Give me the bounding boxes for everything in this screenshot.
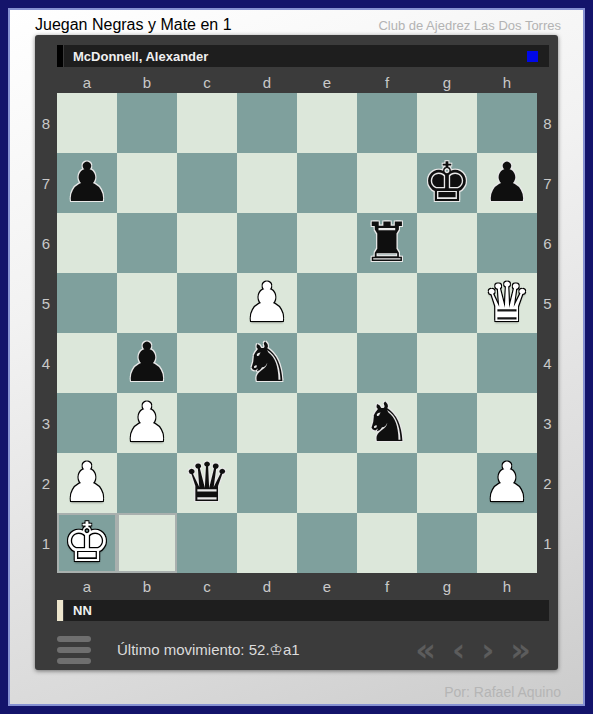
file-label-f: f (357, 71, 417, 93)
square-c5[interactable] (177, 273, 237, 333)
square-d1[interactable] (237, 513, 297, 573)
page-background: Juegan Negras y Mate en 1 Club de Ajedre… (8, 8, 585, 706)
file-label-e: e (297, 71, 357, 93)
outer-frame: Juegan Negras y Mate en 1 Club de Ajedre… (0, 0, 593, 714)
black-knight-f3[interactable]: ♞ (363, 393, 411, 453)
square-b2[interactable] (117, 453, 177, 513)
rank-labels-left: 87654321 (35, 93, 57, 573)
file-label-e: e (297, 574, 357, 598)
file-label-h: h (477, 71, 537, 93)
white-pawn-h2[interactable]: ♟ (483, 453, 531, 513)
file-label-d: d (237, 574, 297, 598)
black-side-tab (57, 45, 64, 67)
board: ♟♚♟♜♟♛♟♞♟♞♟♛♟♚ (57, 93, 537, 573)
square-f5[interactable] (357, 273, 417, 333)
file-label-g: g (417, 574, 477, 598)
square-e8[interactable] (297, 93, 357, 153)
next-move-button[interactable]: › (479, 634, 496, 666)
square-d5[interactable]: ♟ (237, 273, 297, 333)
square-g1[interactable] (417, 513, 477, 573)
file-label-b: b (117, 71, 177, 93)
square-f4[interactable] (357, 333, 417, 393)
file-label-f: f (357, 574, 417, 598)
white-player-bar: NN (57, 600, 549, 621)
page-title: Juegan Negras y Mate en 1 (35, 16, 232, 34)
square-e1[interactable] (297, 513, 357, 573)
black-player-bar: McDonnell, Alexander (57, 45, 549, 67)
square-a2[interactable]: ♟ (57, 453, 117, 513)
black-king-g7[interactable]: ♚ (423, 153, 471, 213)
credit-text: Por: Rafael Aquino (444, 684, 561, 700)
square-h8[interactable] (477, 93, 537, 153)
file-label-a: a (57, 574, 117, 598)
black-pawn-b4[interactable]: ♟ (123, 333, 171, 393)
square-f6[interactable]: ♜ (357, 213, 417, 273)
file-label-b: b (117, 574, 177, 598)
square-c6[interactable] (177, 213, 237, 273)
square-d3[interactable] (237, 393, 297, 453)
rank-label-6: 6 (35, 213, 57, 273)
square-a7[interactable]: ♟ (57, 153, 117, 213)
square-g7[interactable]: ♚ (417, 153, 477, 213)
square-e7[interactable] (297, 153, 357, 213)
square-b4[interactable]: ♟ (117, 333, 177, 393)
rank-label-5: 5 (537, 273, 558, 333)
rank-labels-right: 87654321 (537, 93, 558, 573)
rank-label-6: 6 (537, 213, 558, 273)
move-navigation: « ‹ › » (413, 634, 533, 666)
square-a8[interactable] (57, 93, 117, 153)
square-g5[interactable] (417, 273, 477, 333)
last-move-text: Último movimiento: 52.♔a1 (117, 641, 413, 659)
previous-move-button[interactable]: ‹ (450, 634, 467, 666)
file-label-a: a (57, 71, 117, 93)
square-a5[interactable] (57, 273, 117, 333)
square-e3[interactable] (297, 393, 357, 453)
square-d4[interactable]: ♞ (237, 333, 297, 393)
square-e5[interactable] (297, 273, 357, 333)
white-pawn-b3[interactable]: ♟ (123, 393, 171, 453)
file-label-c: c (177, 71, 237, 93)
square-f7[interactable] (357, 153, 417, 213)
square-b3[interactable]: ♟ (117, 393, 177, 453)
square-c1[interactable] (177, 513, 237, 573)
black-pawn-a7[interactable]: ♟ (63, 153, 111, 213)
square-c8[interactable] (177, 93, 237, 153)
rank-label-7: 7 (35, 153, 57, 213)
rank-label-4: 4 (35, 333, 57, 393)
white-queen-h5[interactable]: ♛ (483, 273, 531, 333)
black-pawn-h7[interactable]: ♟ (483, 153, 531, 213)
square-g4[interactable] (417, 333, 477, 393)
square-e6[interactable] (297, 213, 357, 273)
square-a1[interactable]: ♚ (57, 513, 117, 573)
black-rook-f6[interactable]: ♜ (363, 213, 411, 273)
rank-label-1: 1 (35, 513, 57, 573)
rank-label-4: 4 (537, 333, 558, 393)
square-a4[interactable] (57, 333, 117, 393)
square-d7[interactable] (237, 153, 297, 213)
blue-marker-icon (527, 51, 538, 62)
square-h3[interactable] (477, 393, 537, 453)
square-h7[interactable]: ♟ (477, 153, 537, 213)
square-b1[interactable] (117, 513, 177, 573)
white-pawn-a2[interactable]: ♟ (63, 453, 111, 513)
rank-label-3: 3 (537, 393, 558, 453)
square-c3[interactable] (177, 393, 237, 453)
file-label-g: g (417, 71, 477, 93)
first-move-button[interactable]: « (413, 634, 438, 666)
rank-label-2: 2 (537, 453, 558, 513)
file-label-d: d (237, 71, 297, 93)
square-h5[interactable]: ♛ (477, 273, 537, 333)
rank-label-2: 2 (35, 453, 57, 513)
square-d2[interactable] (237, 453, 297, 513)
board-panel: McDonnell, Alexander abcdefgh 87654321 ♟… (35, 35, 558, 670)
square-b5[interactable] (117, 273, 177, 333)
square-e2[interactable] (297, 453, 357, 513)
menu-icon[interactable] (57, 636, 91, 664)
rank-label-8: 8 (35, 93, 57, 153)
square-g3[interactable] (417, 393, 477, 453)
square-b6[interactable] (117, 213, 177, 273)
square-c4[interactable] (177, 333, 237, 393)
square-d8[interactable] (237, 93, 297, 153)
square-b7[interactable] (117, 153, 177, 213)
square-a3[interactable] (57, 393, 117, 453)
square-a6[interactable] (57, 213, 117, 273)
square-g6[interactable] (417, 213, 477, 273)
square-d6[interactable] (237, 213, 297, 273)
white-pawn-d5[interactable]: ♟ (243, 273, 291, 333)
square-g8[interactable] (417, 93, 477, 153)
black-knight-d4[interactable]: ♞ (243, 333, 291, 393)
square-h4[interactable] (477, 333, 537, 393)
rank-label-3: 3 (35, 393, 57, 453)
rank-label-5: 5 (35, 273, 57, 333)
square-f8[interactable] (357, 93, 417, 153)
header: Juegan Negras y Mate en 1 Club de Ajedre… (35, 16, 561, 34)
black-queen-c2[interactable]: ♛ (183, 453, 231, 513)
square-f3[interactable]: ♞ (357, 393, 417, 453)
black-player-name: McDonnell, Alexander (73, 49, 527, 64)
rank-label-7: 7 (537, 153, 558, 213)
last-move-button[interactable]: » (508, 634, 533, 666)
file-label-h: h (477, 574, 537, 598)
square-h1[interactable] (477, 513, 537, 573)
file-labels-bottom: abcdefgh (57, 574, 537, 598)
square-c7[interactable] (177, 153, 237, 213)
rank-label-8: 8 (537, 93, 558, 153)
square-h2[interactable]: ♟ (477, 453, 537, 513)
square-b8[interactable] (117, 93, 177, 153)
square-c2[interactable]: ♛ (177, 453, 237, 513)
white-player-name: NN (73, 603, 549, 618)
file-labels-top: abcdefgh (57, 71, 537, 93)
white-side-tab (57, 600, 64, 621)
square-f2[interactable] (357, 453, 417, 513)
controls-bar: Último movimiento: 52.♔a1 « ‹ › » (57, 631, 549, 669)
square-g2[interactable] (417, 453, 477, 513)
square-e4[interactable] (297, 333, 357, 393)
file-label-c: c (177, 574, 237, 598)
club-name: Club de Ajedrez Las Dos Torres (378, 18, 561, 33)
square-f1[interactable] (357, 513, 417, 573)
white-king-a1[interactable]: ♚ (63, 513, 111, 573)
square-h6[interactable] (477, 213, 537, 273)
rank-label-1: 1 (537, 513, 558, 573)
